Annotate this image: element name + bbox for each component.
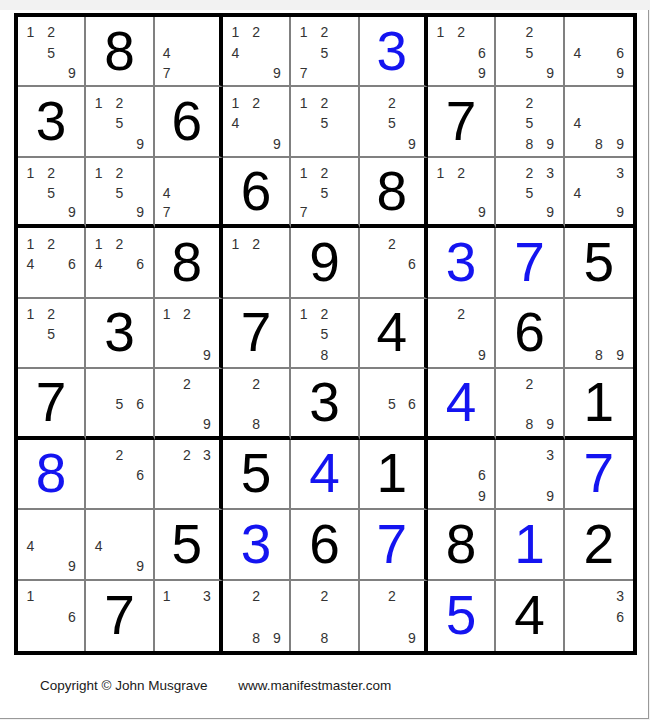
pencil-marks: 259: [498, 22, 560, 83]
candidate-empty: [130, 92, 151, 112]
cell-r9c6[interactable]: 29: [360, 581, 428, 651]
candidate-empty: [197, 42, 217, 62]
candidate-empty: [498, 374, 519, 394]
candidate-empty: [109, 203, 130, 223]
given-digit: 8: [86, 17, 152, 85]
candidate-5: 5: [41, 183, 62, 203]
pencil-marks: 47: [157, 22, 217, 83]
candidate-empty: [41, 345, 62, 365]
cell-r4c4[interactable]: 12: [223, 228, 291, 298]
cell-r9c1[interactable]: 16: [18, 581, 86, 651]
candidate-empty: [430, 42, 451, 62]
cell-r7c2[interactable]: 26: [86, 440, 154, 510]
cell-r7c9[interactable]: 7: [565, 440, 633, 510]
candidate-7: 7: [293, 203, 314, 223]
candidate-empty: [451, 183, 472, 203]
candidate-empty: [177, 42, 197, 62]
candidate-empty: [498, 163, 519, 183]
candidate-empty: [197, 63, 217, 83]
candidate-empty: [62, 324, 83, 344]
cell-r6c1[interactable]: 7: [18, 369, 86, 439]
cell-r1c2[interactable]: 8: [86, 17, 154, 87]
candidate-2: 2: [519, 374, 540, 394]
cell-r9c2[interactable]: 7: [86, 581, 154, 651]
candidate-empty: [382, 414, 402, 434]
candidate-empty: [130, 515, 151, 535]
cell-r7c4[interactable]: 5: [223, 440, 291, 510]
cell-r6c4[interactable]: 28: [223, 369, 291, 439]
candidate-empty: [20, 515, 41, 535]
candidate-1: 1: [430, 22, 451, 42]
cell-r3c2[interactable]: 1259: [86, 158, 154, 228]
cell-r3c8[interactable]: 2359: [496, 158, 564, 228]
candidate-empty: [130, 374, 151, 394]
candidate-9: 9: [610, 203, 631, 223]
given-digit: 6: [223, 158, 289, 224]
candidate-empty: [382, 607, 402, 628]
candidate-empty: [177, 203, 197, 223]
candidate-9: 9: [472, 63, 493, 83]
cell-r8c8[interactable]: 1: [496, 510, 564, 580]
candidate-empty: [540, 183, 561, 203]
candidate-empty: [610, 304, 631, 324]
candidate-5: 5: [41, 324, 62, 344]
candidate-empty: [197, 486, 217, 506]
candidate-1: 1: [293, 22, 314, 42]
pencil-marks: 1257: [293, 163, 355, 222]
candidate-empty: [88, 394, 109, 414]
candidate-empty: [62, 586, 83, 607]
pencil-marks: 36: [567, 586, 631, 649]
candidate-empty: [109, 254, 130, 274]
pencil-marks: 1249: [225, 92, 287, 153]
candidate-empty: [88, 414, 109, 434]
candidate-2: 2: [246, 92, 267, 112]
cell-r4c1[interactable]: 1246: [18, 228, 86, 298]
candidate-empty: [177, 607, 197, 628]
candidate-empty: [451, 345, 472, 365]
cell-r8c3[interactable]: 5: [155, 510, 223, 580]
candidate-empty: [109, 536, 130, 556]
candidate-empty: [246, 394, 267, 414]
given-digit: 5: [223, 440, 289, 508]
cell-r5c3[interactable]: 129: [155, 299, 223, 369]
candidate-empty: [567, 345, 588, 365]
pencil-marks: 349: [567, 163, 631, 222]
candidate-empty: [62, 536, 83, 556]
candidate-empty: [451, 324, 472, 344]
candidate-2: 2: [314, 304, 335, 324]
candidate-2: 2: [41, 22, 62, 42]
candidate-empty: [130, 113, 151, 133]
candidate-empty: [62, 345, 83, 365]
given-digit: 8: [360, 158, 424, 224]
candidate-empty: [267, 374, 288, 394]
cell-r8c4[interactable]: 3: [223, 510, 291, 580]
candidate-empty: [567, 92, 588, 112]
candidate-empty: [362, 274, 382, 294]
candidate-empty: [246, 133, 267, 153]
candidate-empty: [451, 486, 472, 506]
candidate-empty: [472, 304, 493, 324]
candidate-empty: [41, 628, 62, 649]
candidate-empty: [177, 22, 197, 42]
candidate-empty: [225, 394, 246, 414]
candidate-6: 6: [472, 42, 493, 62]
candidate-empty: [267, 233, 288, 253]
cell-r1c8[interactable]: 259: [496, 17, 564, 87]
candidate-empty: [519, 486, 540, 506]
cell-r3c7[interactable]: 129: [428, 158, 496, 228]
cell-r8c9[interactable]: 2: [565, 510, 633, 580]
solved-digit: 7: [360, 510, 424, 578]
candidate-empty: [20, 63, 41, 83]
candidate-empty: [362, 607, 382, 628]
candidate-8: 8: [246, 414, 267, 434]
candidate-empty: [335, 304, 356, 324]
candidate-9: 9: [267, 628, 288, 649]
candidate-empty: [41, 254, 62, 274]
pencil-marks: 1259: [88, 163, 150, 222]
candidate-empty: [610, 22, 631, 42]
cell-r3c4[interactable]: 6: [223, 158, 291, 228]
candidate-empty: [430, 345, 451, 365]
candidate-empty: [610, 324, 631, 344]
candidate-empty: [88, 556, 109, 576]
candidate-1: 1: [88, 233, 109, 253]
cell-r7c8[interactable]: 39: [496, 440, 564, 510]
cell-r2c3[interactable]: 6: [155, 87, 223, 157]
solved-digit: 5: [428, 581, 494, 651]
candidate-4: 4: [567, 42, 588, 62]
solved-digit: 7: [565, 440, 633, 508]
candidate-empty: [472, 324, 493, 344]
candidate-empty: [540, 465, 561, 485]
cell-r3c6[interactable]: 8: [360, 158, 428, 228]
cell-r7c5[interactable]: 4: [291, 440, 359, 510]
candidate-empty: [335, 345, 356, 365]
candidate-empty: [540, 394, 561, 414]
candidate-empty: [362, 113, 382, 133]
candidate-empty: [177, 324, 197, 344]
candidate-empty: [430, 486, 451, 506]
cell-r2c4[interactable]: 1249: [223, 87, 291, 157]
candidate-empty: [382, 274, 402, 294]
candidate-empty: [335, 22, 356, 42]
candidate-6: 6: [62, 254, 83, 274]
candidate-empty: [88, 113, 109, 133]
candidate-empty: [177, 163, 197, 183]
candidate-empty: [267, 274, 288, 294]
candidate-2: 2: [314, 22, 335, 42]
candidate-empty: [157, 628, 177, 649]
candidate-empty: [41, 63, 62, 83]
cell-r5c5[interactable]: 1258: [291, 299, 359, 369]
candidate-empty: [20, 556, 41, 576]
pencil-marks: 489: [567, 92, 631, 153]
cell-r5c1[interactable]: 125: [18, 299, 86, 369]
given-digit: 6: [496, 299, 562, 367]
candidate-1: 1: [225, 22, 246, 42]
candidate-2: 2: [109, 92, 130, 112]
candidate-empty: [177, 63, 197, 83]
cell-r8c1[interactable]: 49: [18, 510, 86, 580]
cell-r4c6[interactable]: 26: [360, 228, 428, 298]
candidate-empty: [402, 586, 422, 607]
cell-r1c3[interactable]: 47: [155, 17, 223, 87]
candidate-9: 9: [62, 63, 83, 83]
candidate-empty: [293, 628, 314, 649]
candidate-empty: [451, 445, 472, 465]
candidate-8: 8: [588, 345, 609, 365]
candidate-5: 5: [519, 113, 540, 133]
given-digit: 1: [565, 369, 633, 435]
cell-r2c9[interactable]: 489: [565, 87, 633, 157]
candidate-empty: [402, 607, 422, 628]
candidate-empty: [335, 133, 356, 153]
cell-r4c7[interactable]: 3: [428, 228, 496, 298]
cell-r4c9[interactable]: 5: [565, 228, 633, 298]
candidate-1: 1: [20, 22, 41, 42]
candidate-2: 2: [451, 163, 472, 183]
cell-r5c6[interactable]: 4: [360, 299, 428, 369]
cell-r6c9[interactable]: 1: [565, 369, 633, 439]
candidate-9: 9: [540, 133, 561, 153]
candidate-6: 6: [62, 607, 83, 628]
cell-r4c8[interactable]: 7: [496, 228, 564, 298]
cell-r4c2[interactable]: 1246: [86, 228, 154, 298]
website-text: www.manifestmaster.com: [238, 678, 391, 693]
candidate-empty: [498, 113, 519, 133]
candidate-5: 5: [314, 324, 335, 344]
solved-digit: 1: [496, 510, 562, 578]
pencil-marks: 89: [567, 304, 631, 365]
candidate-empty: [430, 63, 451, 83]
candidate-9: 9: [472, 345, 493, 365]
cell-r2c5[interactable]: 125: [291, 87, 359, 157]
cell-r4c5[interactable]: 9: [291, 228, 359, 298]
candidate-4: 4: [157, 42, 177, 62]
cell-r5c9[interactable]: 89: [565, 299, 633, 369]
cell-r1c7[interactable]: 1269: [428, 17, 496, 87]
candidate-5: 5: [109, 113, 130, 133]
candidate-2: 2: [519, 92, 540, 112]
candidate-empty: [197, 183, 217, 203]
pencil-marks: 1259: [20, 22, 82, 83]
candidate-4: 4: [20, 536, 41, 556]
candidate-empty: [88, 445, 109, 465]
cell-r3c5[interactable]: 1257: [291, 158, 359, 228]
candidate-empty: [588, 113, 609, 133]
cell-r9c7[interactable]: 5: [428, 581, 496, 651]
cell-r9c9[interactable]: 36: [565, 581, 633, 651]
candidate-empty: [567, 607, 588, 628]
candidate-empty: [246, 274, 267, 294]
cell-r1c5[interactable]: 1257: [291, 17, 359, 87]
candidate-empty: [225, 628, 246, 649]
candidate-9: 9: [472, 486, 493, 506]
candidate-empty: [20, 628, 41, 649]
candidate-empty: [157, 486, 177, 506]
candidate-empty: [225, 586, 246, 607]
pencil-marks: 1249: [225, 22, 287, 83]
candidate-empty: [246, 63, 267, 83]
pencil-marks: 129: [157, 304, 217, 365]
candidate-empty: [197, 324, 217, 344]
cell-r1c4[interactable]: 1249: [223, 17, 291, 87]
cell-r6c6[interactable]: 56: [360, 369, 428, 439]
candidate-9: 9: [62, 556, 83, 576]
candidate-1: 1: [20, 304, 41, 324]
candidate-empty: [225, 133, 246, 153]
candidate-empty: [430, 203, 451, 223]
candidate-2: 2: [382, 586, 402, 607]
candidate-9: 9: [130, 203, 151, 223]
candidate-empty: [267, 22, 288, 42]
cell-r1c1[interactable]: 1259: [18, 17, 86, 87]
candidate-empty: [382, 628, 402, 649]
given-digit: 4: [496, 581, 562, 651]
candidate-5: 5: [519, 183, 540, 203]
given-digit: 3: [291, 369, 357, 435]
candidate-8: 8: [314, 628, 335, 649]
candidate-empty: [402, 92, 422, 112]
candidate-empty: [335, 63, 356, 83]
cell-r5c4[interactable]: 7: [223, 299, 291, 369]
cell-r5c2[interactable]: 3: [86, 299, 154, 369]
candidate-8: 8: [314, 345, 335, 365]
cell-r2c1[interactable]: 3: [18, 87, 86, 157]
cell-r2c8[interactable]: 2589: [496, 87, 564, 157]
candidate-empty: [610, 628, 631, 649]
cell-r6c8[interactable]: 289: [496, 369, 564, 439]
candidate-8: 8: [519, 414, 540, 434]
candidate-empty: [157, 22, 177, 42]
cell-r6c2[interactable]: 56: [86, 369, 154, 439]
candidate-empty: [88, 133, 109, 153]
candidate-empty: [498, 394, 519, 414]
cell-r8c2[interactable]: 49: [86, 510, 154, 580]
candidate-empty: [41, 556, 62, 576]
puzzle-page: 1259847124912573126925946931259612491252…: [0, 10, 649, 719]
candidate-empty: [62, 163, 83, 183]
candidate-empty: [109, 133, 130, 153]
cell-r9c5[interactable]: 28: [291, 581, 359, 651]
candidate-8: 8: [588, 133, 609, 153]
candidate-2: 2: [109, 445, 130, 465]
cell-r9c4[interactable]: 289: [223, 581, 291, 651]
cell-r8c7[interactable]: 8: [428, 510, 496, 580]
cell-r8c5[interactable]: 6: [291, 510, 359, 580]
candidate-empty: [567, 304, 588, 324]
candidate-empty: [540, 92, 561, 112]
candidate-empty: [567, 163, 588, 183]
candidate-empty: [157, 374, 177, 394]
cell-r2c2[interactable]: 1259: [86, 87, 154, 157]
cell-r3c9[interactable]: 349: [565, 158, 633, 228]
candidate-empty: [498, 92, 519, 112]
candidate-empty: [197, 163, 217, 183]
candidate-5: 5: [109, 183, 130, 203]
candidate-2: 2: [451, 22, 472, 42]
candidate-empty: [362, 374, 382, 394]
cell-r8c6[interactable]: 7: [360, 510, 428, 580]
candidate-empty: [588, 183, 609, 203]
candidate-empty: [314, 133, 335, 153]
cell-r2c7[interactable]: 7: [428, 87, 496, 157]
candidate-9: 9: [540, 486, 561, 506]
candidate-empty: [20, 183, 41, 203]
solved-digit: 8: [18, 440, 84, 508]
cell-r3c3[interactable]: 47: [155, 158, 223, 228]
candidate-empty: [157, 445, 177, 465]
candidate-1: 1: [225, 92, 246, 112]
candidate-empty: [498, 465, 519, 485]
cell-r5c7[interactable]: 29: [428, 299, 496, 369]
candidate-empty: [157, 465, 177, 485]
candidate-4: 4: [20, 254, 41, 274]
candidate-empty: [498, 183, 519, 203]
candidate-2: 2: [109, 233, 130, 253]
cell-r5c8[interactable]: 6: [496, 299, 564, 369]
candidate-7: 7: [293, 63, 314, 83]
candidate-empty: [567, 628, 588, 649]
cell-r6c5[interactable]: 3: [291, 369, 359, 439]
cell-r9c8[interactable]: 4: [496, 581, 564, 651]
cell-r9c3[interactable]: 13: [155, 581, 223, 651]
candidate-empty: [177, 414, 197, 434]
candidate-empty: [498, 445, 519, 465]
cell-r7c7[interactable]: 69: [428, 440, 496, 510]
candidate-empty: [472, 445, 493, 465]
pencil-marks: 47: [157, 163, 217, 222]
candidate-empty: [88, 183, 109, 203]
pencil-marks: 259: [362, 92, 422, 153]
candidate-empty: [20, 345, 41, 365]
candidate-empty: [62, 274, 83, 294]
candidate-empty: [451, 203, 472, 223]
pencil-marks: 69: [430, 445, 492, 506]
cell-r6c3[interactable]: 29: [155, 369, 223, 439]
cell-r6c7[interactable]: 4: [428, 369, 496, 439]
candidate-empty: [177, 394, 197, 414]
copyright-text: Copyright © John Musgrave: [40, 678, 208, 693]
cell-r7c6[interactable]: 1: [360, 440, 428, 510]
candidate-empty: [362, 254, 382, 274]
cell-r7c1[interactable]: 8: [18, 440, 86, 510]
candidate-empty: [225, 414, 246, 434]
cell-r7c3[interactable]: 23: [155, 440, 223, 510]
candidate-empty: [362, 394, 382, 414]
cell-r1c6[interactable]: 3: [360, 17, 428, 87]
candidate-5: 5: [41, 42, 62, 62]
given-digit: 8: [155, 228, 219, 296]
given-digit: 8: [428, 510, 494, 578]
cell-r4c3[interactable]: 8: [155, 228, 223, 298]
cell-r1c9[interactable]: 469: [565, 17, 633, 87]
candidate-empty: [567, 586, 588, 607]
candidate-empty: [130, 486, 151, 506]
candidate-empty: [62, 233, 83, 253]
candidate-6: 6: [402, 254, 422, 274]
candidate-6: 6: [610, 42, 631, 62]
candidate-empty: [402, 374, 422, 394]
candidate-empty: [267, 607, 288, 628]
cell-r2c6[interactable]: 259: [360, 87, 428, 157]
candidate-empty: [20, 42, 41, 62]
candidate-3: 3: [610, 163, 631, 183]
cell-r3c1[interactable]: 1259: [18, 158, 86, 228]
